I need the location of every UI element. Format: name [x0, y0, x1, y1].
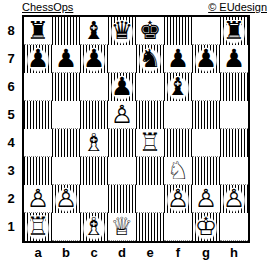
piece-white-knight: ♘: [164, 157, 192, 185]
piece-black-pawn: ♟: [192, 45, 220, 73]
square-g1: ♔: [192, 213, 220, 241]
piece-white-rook: ♖: [136, 129, 164, 157]
square-a1: ♖: [24, 213, 52, 241]
square-f1: [164, 213, 192, 241]
rank-labels: 87654321: [3, 17, 19, 241]
square-b6: [52, 73, 80, 101]
rank-label-1: 1: [3, 213, 19, 241]
piece-black-rook: ♜: [220, 17, 248, 45]
square-d5: ♙: [108, 101, 136, 129]
square-d2: [108, 185, 136, 213]
file-label-c: c: [80, 245, 108, 261]
piece-white-pawn: ♙: [24, 185, 52, 213]
square-f3: ♘: [164, 157, 192, 185]
square-f2: ♙: [164, 185, 192, 213]
square-h8: ♜: [220, 17, 248, 45]
chessops-page: ChessOps © EUdesign 87654321 ♜♝♛♚♜♟♟♟♞♟♟…: [0, 0, 270, 270]
square-e2: [136, 185, 164, 213]
piece-black-knight: ♞: [136, 45, 164, 73]
square-h3: [220, 157, 248, 185]
chessops-title-link[interactable]: ChessOps: [22, 1, 73, 13]
piece-white-king: ♔: [192, 213, 220, 241]
piece-black-pawn: ♟: [80, 45, 108, 73]
square-g7: ♟: [192, 45, 220, 73]
piece-white-bishop: ♗: [80, 129, 108, 157]
piece-black-pawn: ♟: [220, 45, 248, 73]
square-d7: [108, 45, 136, 73]
piece-white-bishop: ♗: [80, 213, 108, 241]
square-f7: ♟: [164, 45, 192, 73]
square-d3: [108, 157, 136, 185]
rank-label-4: 4: [3, 129, 19, 157]
rank-label-6: 6: [3, 73, 19, 101]
piece-black-rook: ♜: [24, 17, 52, 45]
square-c4: ♗: [80, 129, 108, 157]
square-a7: ♟: [24, 45, 52, 73]
piece-white-rook: ♖: [24, 213, 52, 241]
square-c2: [80, 185, 108, 213]
square-e5: [136, 101, 164, 129]
square-h6: [220, 73, 248, 101]
rank-label-3: 3: [3, 157, 19, 185]
square-b7: ♟: [52, 45, 80, 73]
square-b2: ♙: [52, 185, 80, 213]
square-d4: [108, 129, 136, 157]
file-label-f: f: [164, 245, 192, 261]
square-e4: ♖: [136, 129, 164, 157]
piece-black-pawn: ♟: [108, 73, 136, 101]
square-f6: ♝: [164, 73, 192, 101]
square-a5: [24, 101, 52, 129]
file-label-d: d: [108, 245, 136, 261]
file-label-b: b: [52, 245, 80, 261]
square-b1: [52, 213, 80, 241]
file-label-a: a: [24, 245, 52, 261]
piece-black-bishop: ♝: [80, 17, 108, 45]
square-c8: ♝: [80, 17, 108, 45]
square-d1: ♕: [108, 213, 136, 241]
file-label-h: h: [220, 245, 248, 261]
square-h1: [220, 213, 248, 241]
square-a8: ♜: [24, 17, 52, 45]
piece-black-bishop: ♝: [164, 73, 192, 101]
piece-white-pawn: ♙: [52, 185, 80, 213]
piece-black-pawn: ♟: [164, 45, 192, 73]
square-a4: [24, 129, 52, 157]
square-e6: [136, 73, 164, 101]
square-h4: [220, 129, 248, 157]
piece-black-king: ♚: [136, 17, 164, 45]
square-g3: [192, 157, 220, 185]
square-b4: [52, 129, 80, 157]
piece-black-queen: ♛: [108, 17, 136, 45]
square-c7: ♟: [80, 45, 108, 73]
square-g4: [192, 129, 220, 157]
square-b5: [52, 101, 80, 129]
rank-label-8: 8: [3, 17, 19, 45]
square-e3: [136, 157, 164, 185]
square-d8: ♛: [108, 17, 136, 45]
file-labels: abcdefgh: [24, 245, 248, 261]
square-g8: [192, 17, 220, 45]
square-g6: [192, 73, 220, 101]
square-c3: [80, 157, 108, 185]
square-a6: [24, 73, 52, 101]
square-c1: ♗: [80, 213, 108, 241]
square-f4: [164, 129, 192, 157]
square-h5: [220, 101, 248, 129]
square-h2: ♙: [220, 185, 248, 213]
square-h7: ♟: [220, 45, 248, 73]
square-f5: [164, 101, 192, 129]
square-e1: [136, 213, 164, 241]
piece-black-pawn: ♟: [52, 45, 80, 73]
piece-black-pawn: ♟: [24, 45, 52, 73]
piece-white-pawn: ♙: [164, 185, 192, 213]
square-d6: ♟: [108, 73, 136, 101]
file-label-g: g: [192, 245, 220, 261]
square-e8: ♚: [136, 17, 164, 45]
square-b3: [52, 157, 80, 185]
file-label-e: e: [136, 245, 164, 261]
square-a2: ♙: [24, 185, 52, 213]
square-f8: [164, 17, 192, 45]
square-g5: [192, 101, 220, 129]
rank-label-2: 2: [3, 185, 19, 213]
square-c6: [80, 73, 108, 101]
square-c5: [80, 101, 108, 129]
square-e7: ♞: [136, 45, 164, 73]
square-g2: ♙: [192, 185, 220, 213]
piece-white-pawn: ♙: [192, 185, 220, 213]
eudesign-credit-link[interactable]: © EUdesign: [208, 1, 267, 13]
rank-label-5: 5: [3, 101, 19, 129]
square-a3: [24, 157, 52, 185]
piece-white-queen: ♕: [108, 213, 136, 241]
square-b8: [52, 17, 80, 45]
rank-label-7: 7: [3, 45, 19, 73]
piece-white-pawn: ♙: [108, 101, 136, 129]
chess-board: ♜♝♛♚♜♟♟♟♞♟♟♟♟♝♙♗♖♘♙♙♙♙♙♖♗♕♔: [22, 15, 250, 243]
piece-white-pawn: ♙: [220, 185, 248, 213]
